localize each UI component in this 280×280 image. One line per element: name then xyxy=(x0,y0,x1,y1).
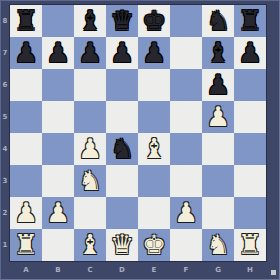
chess-board: ♜♝♛♚♞♜♟♟♟♟♟♝♟♟♟♟♞♝♞♟♟♟♜♝♛♚♞♜ xyxy=(10,5,266,261)
file-label-d: D xyxy=(106,265,138,275)
square-c4[interactable]: ♟ xyxy=(74,133,106,165)
square-b4[interactable] xyxy=(42,133,74,165)
white-king[interactable]: ♚ xyxy=(142,229,166,261)
square-b3[interactable] xyxy=(42,165,74,197)
square-d7[interactable]: ♟ xyxy=(106,37,138,69)
square-h5[interactable] xyxy=(234,101,266,133)
square-g1[interactable]: ♞ xyxy=(202,229,234,261)
black-rook[interactable]: ♜ xyxy=(238,5,262,37)
file-label-f: F xyxy=(170,265,202,275)
white-rook[interactable]: ♜ xyxy=(14,229,38,261)
square-g2[interactable] xyxy=(202,197,234,229)
square-h8[interactable]: ♜ xyxy=(234,5,266,37)
square-e4[interactable]: ♝ xyxy=(138,133,170,165)
square-d5[interactable] xyxy=(106,101,138,133)
black-queen[interactable]: ♛ xyxy=(110,5,134,37)
square-b6[interactable] xyxy=(42,69,74,101)
white-pawn[interactable]: ♟ xyxy=(174,197,198,229)
square-b8[interactable] xyxy=(42,5,74,37)
square-f7[interactable] xyxy=(170,37,202,69)
square-a5[interactable] xyxy=(10,101,42,133)
rank-label-2: 2 xyxy=(0,208,10,218)
black-pawn[interactable]: ♟ xyxy=(14,37,38,69)
rank-label-5: 5 xyxy=(0,112,10,122)
square-c8[interactable]: ♝ xyxy=(74,5,106,37)
white-bishop[interactable]: ♝ xyxy=(142,133,166,165)
square-h2[interactable] xyxy=(234,197,266,229)
black-bishop[interactable]: ♝ xyxy=(206,37,230,69)
square-d4[interactable]: ♞ xyxy=(106,133,138,165)
square-c7[interactable]: ♟ xyxy=(74,37,106,69)
square-f2[interactable]: ♟ xyxy=(170,197,202,229)
square-e1[interactable]: ♚ xyxy=(138,229,170,261)
square-f5[interactable] xyxy=(170,101,202,133)
square-f8[interactable] xyxy=(170,5,202,37)
square-b7[interactable]: ♟ xyxy=(42,37,74,69)
square-g8[interactable]: ♞ xyxy=(202,5,234,37)
black-pawn[interactable]: ♟ xyxy=(46,37,70,69)
black-pawn[interactable]: ♟ xyxy=(238,37,262,69)
chess-board-window: ♜♝♛♚♞♜♟♟♟♟♟♝♟♟♟♟♞♝♞♟♟♟♜♝♛♚♞♜ 87654321 AB… xyxy=(0,0,280,280)
square-d8[interactable]: ♛ xyxy=(106,5,138,37)
square-a8[interactable]: ♜ xyxy=(10,5,42,37)
square-f1[interactable] xyxy=(170,229,202,261)
file-label-e: E xyxy=(138,265,170,275)
white-pawn[interactable]: ♟ xyxy=(206,101,230,133)
square-e5[interactable] xyxy=(138,101,170,133)
square-h4[interactable] xyxy=(234,133,266,165)
file-label-a: A xyxy=(10,265,42,275)
black-pawn[interactable]: ♟ xyxy=(110,37,134,69)
rank-label-3: 3 xyxy=(0,176,10,186)
square-e2[interactable] xyxy=(138,197,170,229)
rank-label-8: 8 xyxy=(0,16,10,26)
square-b2[interactable]: ♟ xyxy=(42,197,74,229)
square-d1[interactable]: ♛ xyxy=(106,229,138,261)
square-c5[interactable] xyxy=(74,101,106,133)
square-c3[interactable]: ♞ xyxy=(74,165,106,197)
black-bishop[interactable]: ♝ xyxy=(78,5,102,37)
square-f4[interactable] xyxy=(170,133,202,165)
square-f3[interactable] xyxy=(170,165,202,197)
square-g5[interactable]: ♟ xyxy=(202,101,234,133)
file-label-h: H xyxy=(234,265,266,275)
file-label-b: B xyxy=(42,265,74,275)
file-label-c: C xyxy=(74,265,106,275)
white-queen[interactable]: ♛ xyxy=(110,229,134,261)
square-h1[interactable]: ♜ xyxy=(234,229,266,261)
square-a7[interactable]: ♟ xyxy=(10,37,42,69)
square-c6[interactable] xyxy=(74,69,106,101)
black-pawn[interactable]: ♟ xyxy=(206,69,230,101)
square-h6[interactable] xyxy=(234,69,266,101)
rank-label-4: 4 xyxy=(0,144,10,154)
white-knight[interactable]: ♞ xyxy=(78,165,102,197)
black-king[interactable]: ♚ xyxy=(142,5,166,37)
square-b5[interactable] xyxy=(42,101,74,133)
square-g6[interactable]: ♟ xyxy=(202,69,234,101)
black-knight[interactable]: ♞ xyxy=(206,5,230,37)
white-pawn[interactable]: ♟ xyxy=(14,197,38,229)
square-d2[interactable] xyxy=(106,197,138,229)
square-d6[interactable] xyxy=(106,69,138,101)
square-h3[interactable] xyxy=(234,165,266,197)
square-a1[interactable]: ♜ xyxy=(10,229,42,261)
square-h7[interactable]: ♟ xyxy=(234,37,266,69)
white-rook[interactable]: ♜ xyxy=(238,229,262,261)
square-e3[interactable] xyxy=(138,165,170,197)
square-f6[interactable] xyxy=(170,69,202,101)
black-pawn[interactable]: ♟ xyxy=(142,37,166,69)
square-d3[interactable] xyxy=(106,165,138,197)
black-pawn[interactable]: ♟ xyxy=(78,37,102,69)
square-b1[interactable] xyxy=(42,229,74,261)
white-pawn[interactable]: ♟ xyxy=(46,197,70,229)
rank-label-1: 1 xyxy=(0,240,10,250)
square-a2[interactable]: ♟ xyxy=(10,197,42,229)
square-c1[interactable]: ♝ xyxy=(74,229,106,261)
rank-label-7: 7 xyxy=(0,48,10,58)
black-rook[interactable]: ♜ xyxy=(14,5,38,37)
square-a6[interactable] xyxy=(10,69,42,101)
white-knight[interactable]: ♞ xyxy=(206,229,230,261)
square-e6[interactable] xyxy=(138,69,170,101)
square-g3[interactable] xyxy=(202,165,234,197)
white-bishop[interactable]: ♝ xyxy=(78,229,102,261)
square-a3[interactable] xyxy=(10,165,42,197)
square-c2[interactable] xyxy=(74,197,106,229)
square-e7[interactable]: ♟ xyxy=(138,37,170,69)
corner-marker xyxy=(271,270,276,275)
square-g7[interactable]: ♝ xyxy=(202,37,234,69)
square-g4[interactable] xyxy=(202,133,234,165)
rank-label-6: 6 xyxy=(0,80,10,90)
square-e8[interactable]: ♚ xyxy=(138,5,170,37)
black-knight[interactable]: ♞ xyxy=(110,133,134,165)
file-label-g: G xyxy=(202,265,234,275)
square-a4[interactable] xyxy=(10,133,42,165)
white-pawn[interactable]: ♟ xyxy=(78,133,102,165)
